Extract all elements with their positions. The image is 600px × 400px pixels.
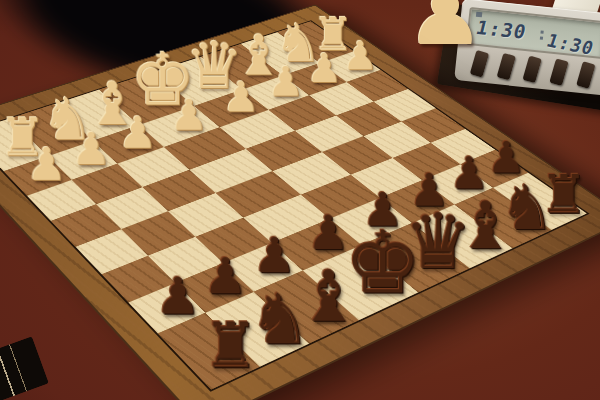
piece-white-pawn[interactable]: ♟ (118, 111, 157, 154)
scene: 1:30 1:30 ♟ ♜♞♝♚♛♝♞♜♟♟♟♟♟♟♟♟♟♟♟♟♟♟♟♟♜♞♝♚… (0, 0, 600, 400)
piece-white-pawn[interactable]: ♟ (343, 36, 378, 75)
piece-white-pawn[interactable]: ♟ (26, 142, 66, 187)
piece-black-pawn[interactable]: ♟ (155, 271, 200, 322)
piece-white-pawn[interactable]: ♟ (267, 61, 304, 102)
clock-button-5[interactable] (576, 61, 595, 89)
piece-white-pawn[interactable]: ♟ (170, 94, 208, 137)
piece-black-pawn[interactable]: ♟ (253, 231, 297, 280)
piece-white-pawn[interactable]: ♟ (222, 76, 259, 118)
piece-black-rook[interactable]: ♜ (202, 314, 258, 377)
clock-button-3[interactable] (523, 56, 542, 84)
spare-piece[interactable]: ♟ (406, 0, 485, 58)
clock-button-2[interactable] (496, 53, 515, 81)
clock-button-4[interactable] (550, 58, 569, 86)
lcd-separator-icon (540, 31, 543, 34)
square-h8[interactable]: ♜ (158, 313, 259, 389)
black-device-edge (0, 336, 49, 400)
piece-white-pawn[interactable]: ♟ (72, 127, 112, 171)
piece-white-pawn[interactable]: ♟ (306, 48, 342, 88)
piece-black-pawn[interactable]: ♟ (203, 251, 248, 301)
clock-time-right: 1:30 (544, 29, 597, 58)
square-h2[interactable]: ♟ (4, 156, 72, 195)
